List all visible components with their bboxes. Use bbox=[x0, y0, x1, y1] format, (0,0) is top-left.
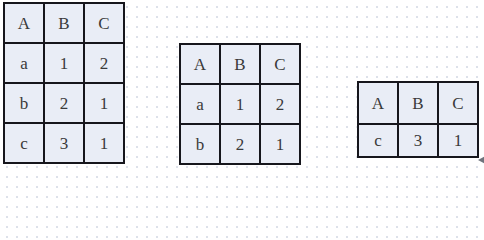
header-cell-r0c0: A bbox=[5, 4, 43, 42]
header-cell-r0c1: B bbox=[399, 83, 437, 123]
header-cell-r0c2: C bbox=[261, 45, 299, 83]
cell-r1c1: 3 bbox=[399, 125, 437, 156]
cell-r1c0: c bbox=[359, 125, 397, 156]
cell-r2c2: 1 bbox=[85, 84, 123, 122]
cell-r3c2: 1 bbox=[85, 124, 123, 162]
cell-r1c2: 2 bbox=[85, 44, 123, 82]
cell-r2c1: 2 bbox=[45, 84, 83, 122]
header-cell-r0c1: B bbox=[45, 4, 83, 42]
cell-r1c2: 2 bbox=[261, 85, 299, 123]
cell-r3c1: 3 bbox=[45, 124, 83, 162]
header-cell-r0c2: C bbox=[85, 4, 123, 42]
header-cell-r0c0: A bbox=[181, 45, 219, 83]
cell-r1c0: a bbox=[5, 44, 43, 82]
cell-r2c0: b bbox=[181, 125, 219, 163]
cell-r2c0: b bbox=[5, 84, 43, 122]
cell-r1c0: a bbox=[181, 85, 219, 123]
header-cell-r0c0: A bbox=[359, 83, 397, 123]
relation-table-3: ABCc31 bbox=[357, 81, 479, 158]
cell-r1c1: 1 bbox=[45, 44, 83, 82]
cell-r2c1: 2 bbox=[221, 125, 259, 163]
cell-r1c2: 1 bbox=[439, 125, 477, 156]
relation-table-1: ABCa12b21c31 bbox=[3, 2, 125, 164]
cell-r2c2: 1 bbox=[261, 125, 299, 163]
cell-r3c0: c bbox=[5, 124, 43, 162]
relation-table-2: ABCa12b21 bbox=[179, 43, 301, 165]
cursor-arrow-icon bbox=[478, 155, 484, 165]
cell-r1c1: 1 bbox=[221, 85, 259, 123]
header-cell-r0c1: B bbox=[221, 45, 259, 83]
header-cell-r0c2: C bbox=[439, 83, 477, 123]
